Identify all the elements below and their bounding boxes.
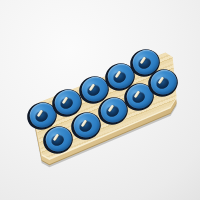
- disc-wick-notch: [134, 91, 140, 99]
- disc-wick-notch: [53, 134, 59, 142]
- disc-wick-notch: [108, 105, 114, 113]
- discs-layer: [0, 0, 200, 200]
- disc-wick-notch: [81, 120, 87, 128]
- disc-center-pit: [104, 103, 120, 118]
- disc-center-pit: [136, 55, 152, 70]
- disc-wick-notch: [140, 57, 146, 65]
- disc-center-pit: [49, 132, 65, 147]
- scene: [0, 0, 200, 200]
- disc-wick-notch: [37, 110, 43, 118]
- disc-wick-notch: [62, 97, 68, 105]
- disc-center-pit: [130, 89, 146, 104]
- disc-center-pit: [111, 69, 127, 84]
- disc-wick-notch: [115, 71, 121, 79]
- disc-center-pit: [33, 108, 49, 123]
- disc-center-pit: [58, 95, 74, 110]
- disc-center-pit: [154, 75, 170, 90]
- disc-center-pit: [85, 82, 101, 97]
- disc-center-pit: [77, 118, 93, 133]
- disc-wick-notch: [158, 77, 164, 85]
- disc-wick-notch: [89, 84, 95, 92]
